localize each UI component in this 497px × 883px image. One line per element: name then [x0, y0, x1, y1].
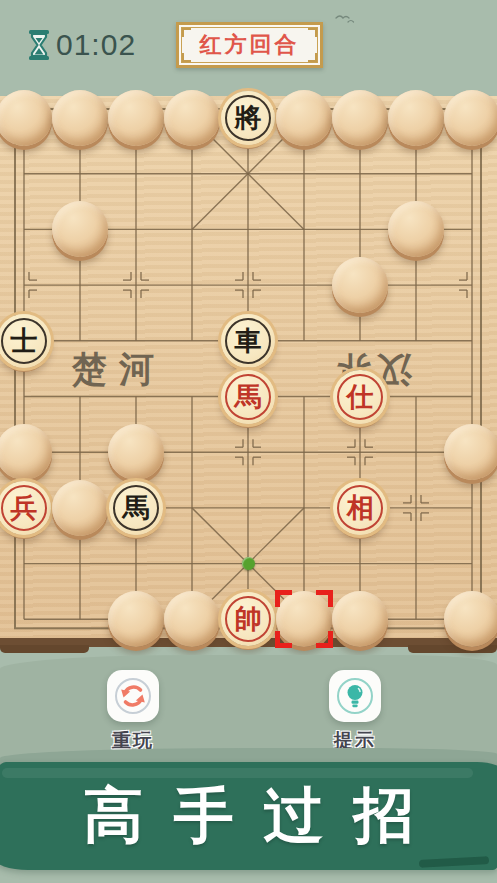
piece-red-horse[interactable]: 馬 [221, 370, 275, 424]
piece-facedown[interactable] [52, 480, 108, 536]
last-move-origin-dot [242, 557, 255, 570]
piece-facedown[interactable] [444, 424, 497, 480]
target-corner [316, 631, 333, 648]
bottom-banner: 高手过招 [0, 762, 497, 870]
piece-glyph: 相 [347, 494, 374, 521]
piece-glyph: 仕 [347, 383, 374, 410]
piece-facedown[interactable] [52, 90, 108, 146]
piece-facedown[interactable] [108, 591, 164, 647]
piece-facedown[interactable] [332, 257, 388, 313]
turn-banner-text: 红方回合 [200, 30, 300, 60]
piece-facedown[interactable] [52, 201, 108, 257]
piece-facedown[interactable] [388, 90, 444, 146]
piece-red-soldier[interactable]: 兵 [0, 481, 51, 535]
banner-ornament [182, 53, 191, 62]
banner-ornament [308, 28, 317, 37]
piece-facedown[interactable] [164, 90, 220, 146]
replay-control: 重玩 [88, 670, 178, 754]
piece-facedown[interactable] [444, 90, 497, 146]
xiangqi-app: 01:02 红方回合 楚河 汉界 將士車馬仕兵馬相帥 [0, 0, 497, 883]
piece-facedown[interactable] [108, 90, 164, 146]
piece-facedown[interactable] [332, 90, 388, 146]
piece-black-general[interactable]: 將 [221, 91, 275, 145]
timer-value: 01:02 [56, 28, 136, 62]
bottom-banner-text: 高手过招 [54, 776, 444, 857]
lightbulb-icon [335, 676, 375, 716]
piece-glyph: 帥 [235, 605, 262, 632]
top-bar: 01:02 红方回合 [0, 0, 497, 96]
banner-ornament [182, 28, 191, 37]
target-corner [275, 631, 292, 648]
hourglass-icon [26, 29, 52, 61]
target-corner [316, 590, 333, 607]
piece-facedown[interactable] [444, 591, 497, 647]
piece-red-general[interactable]: 帥 [221, 592, 275, 646]
board-surface[interactable]: 楚河 汉界 將士車馬仕兵馬相帥 [0, 96, 497, 662]
piece-red-elephant[interactable]: 相 [333, 481, 387, 535]
piece-glyph: 兵 [11, 494, 38, 521]
piece-facedown[interactable] [164, 591, 220, 647]
piece-facedown[interactable] [276, 90, 332, 146]
target-corner [275, 590, 292, 607]
piece-red-advisor[interactable]: 仕 [333, 370, 387, 424]
piece-glyph: 馬 [235, 383, 262, 410]
piece-facedown[interactable] [108, 424, 164, 480]
hint-control: 提示 [310, 670, 400, 754]
piece-facedown[interactable] [332, 591, 388, 647]
turn-banner: 红方回合 [176, 22, 323, 68]
banner-ornament [308, 53, 317, 62]
piece-glyph: 車 [235, 327, 262, 354]
piece-facedown[interactable] [388, 201, 444, 257]
piece-black-advisor[interactable]: 士 [0, 314, 51, 368]
last-move-target [275, 590, 333, 648]
hint-button[interactable] [329, 670, 381, 722]
birds-icon [334, 12, 364, 26]
piece-glyph: 將 [235, 104, 262, 131]
piece-glyph: 士 [11, 327, 38, 354]
piece-black-chariot[interactable]: 車 [221, 314, 275, 368]
river-label-left: 楚河 [72, 346, 166, 393]
replay-button[interactable] [107, 670, 159, 722]
move-timer: 01:02 [26, 28, 136, 62]
piece-glyph: 馬 [123, 494, 150, 521]
piece-black-horse[interactable]: 馬 [109, 481, 163, 535]
replay-icon [113, 676, 153, 716]
